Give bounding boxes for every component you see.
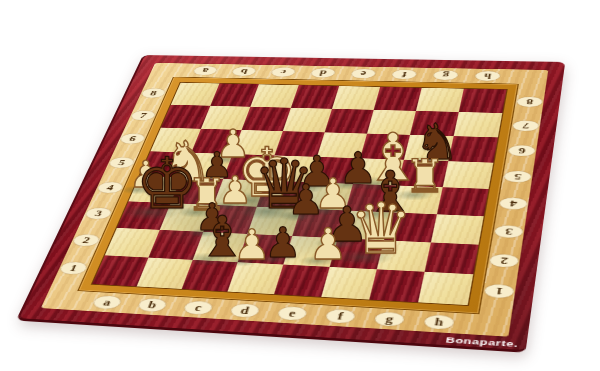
square-f5 bbox=[353, 158, 404, 185]
square-h7 bbox=[454, 112, 503, 137]
square-h2 bbox=[425, 242, 479, 274]
square-h5 bbox=[443, 161, 494, 189]
square-f7 bbox=[367, 110, 416, 135]
square-e6 bbox=[317, 132, 367, 158]
square-g7 bbox=[410, 111, 459, 136]
square-f2 bbox=[330, 238, 384, 269]
square-e4 bbox=[301, 182, 353, 210]
square-g5 bbox=[398, 160, 449, 188]
square-f1 bbox=[321, 267, 376, 300]
square-e7 bbox=[325, 109, 374, 134]
square-h8 bbox=[459, 89, 507, 113]
chessboard-wrapper: aabbccddeeffgghh8877665544332211 Bonapar… bbox=[0, 0, 600, 371]
square-f4 bbox=[346, 184, 398, 213]
square-e2 bbox=[283, 236, 337, 267]
coordinate-labels: aabbccddeeffgghh8877665544332211 bbox=[145, 55, 565, 62]
square-h4 bbox=[437, 187, 489, 216]
square-e3 bbox=[292, 209, 345, 239]
square-e1 bbox=[274, 265, 330, 297]
square-h3 bbox=[431, 214, 484, 244]
square-g8 bbox=[416, 88, 464, 112]
square-g4 bbox=[391, 186, 443, 215]
square-g1 bbox=[369, 269, 424, 302]
square-g2 bbox=[377, 240, 431, 272]
square-f3 bbox=[338, 210, 391, 240]
chessboard: aabbccddeeffgghh8877665544332211 Bonapar… bbox=[16, 55, 565, 353]
square-f8 bbox=[374, 87, 422, 111]
square-g3 bbox=[384, 212, 437, 242]
square-g6 bbox=[404, 135, 454, 161]
square-h6 bbox=[448, 136, 498, 163]
square-e5 bbox=[309, 157, 360, 184]
square-h1 bbox=[418, 272, 473, 305]
brand-label: Bonaparte. bbox=[445, 335, 519, 349]
square-f6 bbox=[360, 134, 410, 160]
product-photo-stage: aabbccddeeffgghh8877665544332211 Bonapar… bbox=[0, 0, 600, 371]
square-e8 bbox=[332, 86, 380, 110]
